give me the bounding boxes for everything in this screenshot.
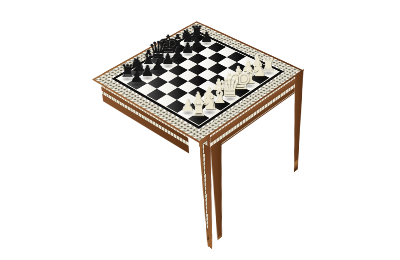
table-perspective-group	[0, 0, 400, 260]
table-top	[92, 21, 304, 143]
leg-face	[317, 214, 338, 260]
leg-face	[211, 140, 225, 243]
leg-inlay-panel	[320, 220, 334, 260]
leg-foot	[292, 158, 299, 173]
floral-inlay-border	[98, 24, 299, 139]
chess-table-product-photo: ♜♞♝♛♚♝♞♜♟♟♟♟♟♟♟♟♟♟♟♟♟♟♟♟♜♞♝♛♚♝♞♜	[0, 0, 400, 260]
leg-foot	[215, 233, 224, 249]
board-square	[128, 66, 148, 77]
outer-bead-inlay	[95, 22, 301, 140]
